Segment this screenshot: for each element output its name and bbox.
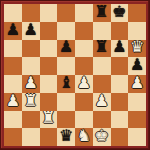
square-h3[interactable] bbox=[128, 93, 146, 111]
white-king: ♚ bbox=[94, 128, 108, 144]
square-a5[interactable] bbox=[4, 57, 22, 75]
square-b1[interactable] bbox=[22, 128, 40, 146]
square-g4[interactable] bbox=[111, 75, 129, 93]
square-e2[interactable] bbox=[75, 111, 93, 129]
square-g7[interactable] bbox=[111, 22, 129, 40]
square-f4[interactable] bbox=[93, 75, 111, 93]
black-pawn: ♟ bbox=[23, 22, 37, 38]
black-king: ♚ bbox=[112, 4, 126, 20]
square-e5[interactable] bbox=[75, 57, 93, 75]
square-f7[interactable] bbox=[93, 22, 111, 40]
square-f8[interactable]: ♜ bbox=[93, 4, 111, 22]
square-g1[interactable] bbox=[111, 128, 129, 146]
square-b4[interactable]: ♟ bbox=[22, 75, 40, 93]
white-pawn: ♟ bbox=[23, 75, 37, 91]
square-e1[interactable]: ♞ bbox=[75, 128, 93, 146]
white-pawn: ♟ bbox=[77, 75, 91, 91]
square-a3[interactable]: ♟ bbox=[4, 93, 22, 111]
black-pawn: ♟ bbox=[112, 40, 126, 56]
square-g3[interactable] bbox=[111, 93, 129, 111]
square-c4[interactable] bbox=[40, 75, 58, 93]
square-e6[interactable] bbox=[75, 40, 93, 58]
black-rook: ♜ bbox=[94, 4, 108, 20]
square-f6[interactable]: ♜ bbox=[93, 40, 111, 58]
white-knight: ♞ bbox=[77, 128, 91, 144]
square-e7[interactable] bbox=[75, 22, 93, 40]
square-c6[interactable] bbox=[40, 40, 58, 58]
square-h7[interactable] bbox=[128, 22, 146, 40]
square-b6[interactable] bbox=[22, 40, 40, 58]
square-b7[interactable]: ♟ bbox=[22, 22, 40, 40]
black-pawn: ♟ bbox=[59, 40, 73, 56]
square-c1[interactable] bbox=[40, 128, 58, 146]
square-g5[interactable] bbox=[111, 57, 129, 75]
square-b5[interactable] bbox=[22, 57, 40, 75]
square-g6[interactable]: ♟ bbox=[111, 40, 129, 58]
square-c2[interactable]: ♜ bbox=[40, 111, 58, 129]
square-f3[interactable]: ♟ bbox=[93, 93, 111, 111]
square-f2[interactable] bbox=[93, 111, 111, 129]
white-pawn: ♟ bbox=[94, 93, 108, 109]
square-d4[interactable]: ♝ bbox=[57, 75, 75, 93]
square-c3[interactable] bbox=[40, 93, 58, 111]
square-a2[interactable] bbox=[4, 111, 22, 129]
white-pawn: ♟ bbox=[6, 93, 20, 109]
square-c5[interactable] bbox=[40, 57, 58, 75]
black-queen: ♛ bbox=[59, 128, 73, 144]
chess-board-frame: ♜♚♟♟♟♜♟♛♟♟♝♟♟♟♜♟♜♛♞♚ bbox=[0, 0, 150, 150]
square-g2[interactable] bbox=[111, 111, 129, 129]
square-e4[interactable]: ♟ bbox=[75, 75, 93, 93]
square-d6[interactable]: ♟ bbox=[57, 40, 75, 58]
square-d7[interactable] bbox=[57, 22, 75, 40]
square-d3[interactable] bbox=[57, 93, 75, 111]
square-a6[interactable] bbox=[4, 40, 22, 58]
square-d1[interactable]: ♛ bbox=[57, 128, 75, 146]
square-h2[interactable] bbox=[128, 111, 146, 129]
square-a7[interactable]: ♟ bbox=[4, 22, 22, 40]
square-h8[interactable] bbox=[128, 4, 146, 22]
square-f1[interactable]: ♚ bbox=[93, 128, 111, 146]
square-h5[interactable]: ♟ bbox=[128, 57, 146, 75]
square-c8[interactable] bbox=[40, 4, 58, 22]
square-a1[interactable] bbox=[4, 128, 22, 146]
square-a8[interactable] bbox=[4, 4, 22, 22]
white-queen: ♛ bbox=[130, 40, 144, 56]
square-h4[interactable]: ♟ bbox=[128, 75, 146, 93]
square-b3[interactable]: ♜ bbox=[22, 93, 40, 111]
square-f5[interactable] bbox=[93, 57, 111, 75]
square-d8[interactable] bbox=[57, 4, 75, 22]
square-h6[interactable]: ♛ bbox=[128, 40, 146, 58]
square-b8[interactable] bbox=[22, 4, 40, 22]
square-e8[interactable] bbox=[75, 4, 93, 22]
square-h1[interactable] bbox=[128, 128, 146, 146]
square-c7[interactable] bbox=[40, 22, 58, 40]
black-bishop: ♝ bbox=[59, 75, 73, 91]
square-a4[interactable] bbox=[4, 75, 22, 93]
white-rook: ♜ bbox=[23, 93, 37, 109]
square-d2[interactable] bbox=[57, 111, 75, 129]
square-e3[interactable] bbox=[75, 93, 93, 111]
white-rook: ♜ bbox=[41, 111, 55, 127]
black-pawn: ♟ bbox=[6, 22, 20, 38]
black-rook: ♜ bbox=[94, 40, 108, 56]
black-pawn: ♟ bbox=[130, 57, 144, 73]
chess-board: ♜♚♟♟♟♜♟♛♟♟♝♟♟♟♜♟♜♛♞♚ bbox=[4, 4, 146, 146]
square-g8[interactable]: ♚ bbox=[111, 4, 129, 22]
square-b2[interactable] bbox=[22, 111, 40, 129]
white-pawn: ♟ bbox=[130, 75, 144, 91]
square-d5[interactable] bbox=[57, 57, 75, 75]
